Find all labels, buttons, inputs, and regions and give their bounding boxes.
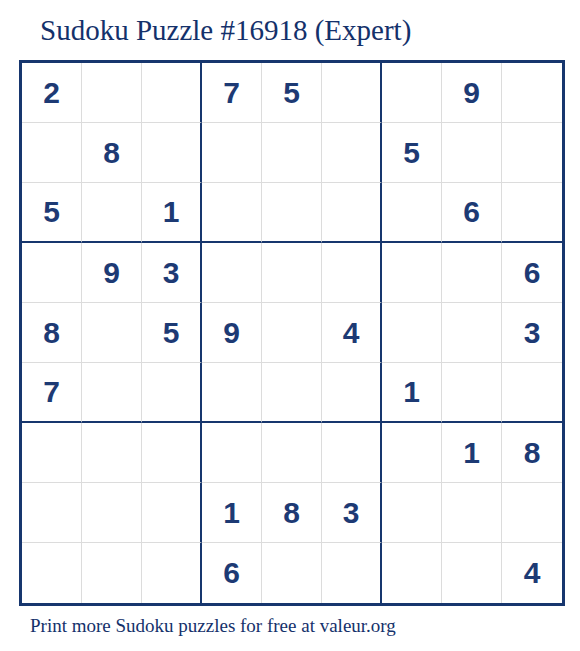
cell-r4c3: 3 — [142, 243, 202, 303]
cell-r4c7 — [382, 243, 442, 303]
cell-r8c5: 8 — [262, 483, 322, 543]
cell-r6c8 — [442, 363, 502, 423]
cell-r5c8 — [442, 303, 502, 363]
cell-r6c3 — [142, 363, 202, 423]
cell-r3c2 — [82, 183, 142, 243]
cell-r1c4: 7 — [202, 63, 262, 123]
cell-r7c6 — [322, 423, 382, 483]
cell-r2c8 — [442, 123, 502, 183]
cell-r7c7 — [382, 423, 442, 483]
cell-r5c7 — [382, 303, 442, 363]
cell-r4c1 — [22, 243, 82, 303]
cell-r9c8 — [442, 543, 502, 603]
cell-r4c5 — [262, 243, 322, 303]
cell-r7c1 — [22, 423, 82, 483]
cell-r6c2 — [82, 363, 142, 423]
cell-r5c9: 3 — [502, 303, 562, 363]
cell-r2c4 — [202, 123, 262, 183]
cell-r3c1: 5 — [22, 183, 82, 243]
cell-r2c1 — [22, 123, 82, 183]
cell-r7c3 — [142, 423, 202, 483]
cell-r4c2: 9 — [82, 243, 142, 303]
cell-r3c5 — [262, 183, 322, 243]
sudoku-page: Sudoku Puzzle #16918 (Expert) 2759855169… — [0, 0, 580, 651]
cell-r4c8 — [442, 243, 502, 303]
cell-r7c4 — [202, 423, 262, 483]
cell-r6c1: 7 — [22, 363, 82, 423]
cell-r5c4: 9 — [202, 303, 262, 363]
cell-r9c3 — [142, 543, 202, 603]
cell-r7c8: 1 — [442, 423, 502, 483]
sudoku-grid: 27598551693685943711818364 — [19, 60, 565, 606]
cell-r1c8: 9 — [442, 63, 502, 123]
cell-r8c7 — [382, 483, 442, 543]
cell-r8c3 — [142, 483, 202, 543]
cell-r3c8: 6 — [442, 183, 502, 243]
cell-r8c4: 1 — [202, 483, 262, 543]
cell-r5c6: 4 — [322, 303, 382, 363]
cell-r1c5: 5 — [262, 63, 322, 123]
cell-r5c5 — [262, 303, 322, 363]
cell-r9c1 — [22, 543, 82, 603]
cell-r6c7: 1 — [382, 363, 442, 423]
cell-r3c7 — [382, 183, 442, 243]
cell-r8c9 — [502, 483, 562, 543]
cell-r4c9: 6 — [502, 243, 562, 303]
cell-r2c2: 8 — [82, 123, 142, 183]
cell-r1c7 — [382, 63, 442, 123]
cell-r3c6 — [322, 183, 382, 243]
cell-r9c6 — [322, 543, 382, 603]
cell-r2c9 — [502, 123, 562, 183]
cell-r9c7 — [382, 543, 442, 603]
cell-r7c5 — [262, 423, 322, 483]
cell-r8c8 — [442, 483, 502, 543]
cell-r1c2 — [82, 63, 142, 123]
cell-r3c9 — [502, 183, 562, 243]
cell-r8c6: 3 — [322, 483, 382, 543]
cell-r1c9 — [502, 63, 562, 123]
cell-r1c1: 2 — [22, 63, 82, 123]
cell-r6c9 — [502, 363, 562, 423]
cell-r9c5 — [262, 543, 322, 603]
cell-r8c1 — [22, 483, 82, 543]
cell-r6c6 — [322, 363, 382, 423]
cell-r7c2 — [82, 423, 142, 483]
cell-r9c2 — [82, 543, 142, 603]
cell-r5c1: 8 — [22, 303, 82, 363]
footer-text: Print more Sudoku puzzles for free at va… — [30, 615, 396, 637]
cell-r5c3: 5 — [142, 303, 202, 363]
cell-r2c6 — [322, 123, 382, 183]
puzzle-title: Sudoku Puzzle #16918 (Expert) — [40, 14, 411, 47]
cell-r6c4 — [202, 363, 262, 423]
cell-r1c6 — [322, 63, 382, 123]
cell-r4c4 — [202, 243, 262, 303]
cell-r7c9: 8 — [502, 423, 562, 483]
cell-r5c2 — [82, 303, 142, 363]
cell-r3c3: 1 — [142, 183, 202, 243]
cell-r6c5 — [262, 363, 322, 423]
cell-r2c7: 5 — [382, 123, 442, 183]
cell-r4c6 — [322, 243, 382, 303]
cell-r1c3 — [142, 63, 202, 123]
cell-r9c4: 6 — [202, 543, 262, 603]
cell-r8c2 — [82, 483, 142, 543]
cell-r2c3 — [142, 123, 202, 183]
cell-r2c5 — [262, 123, 322, 183]
cell-r9c9: 4 — [502, 543, 562, 603]
cell-r3c4 — [202, 183, 262, 243]
